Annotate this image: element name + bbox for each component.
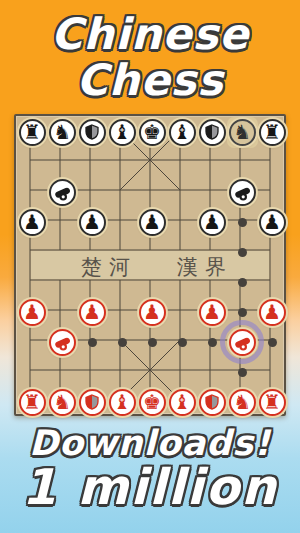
shield-icon [204,124,220,140]
move-dot-g8[interactable] [208,338,217,347]
piece-red-cannon-h8[interactable] [229,329,256,356]
piece-black-advisor-d1[interactable]: ♝ [109,119,136,146]
king-glyph: ♚ [143,122,161,142]
piece-red-pawn-a7[interactable]: ♟ [19,299,46,326]
xiangqi-board[interactable]: 楚河 漢界 ♜♞♝♚♝♞♜♟♟♟♟♟♟♟♟♟♟♜♞♝♚♝♞♜ [14,114,286,416]
pawn-glyph: ♟ [203,302,221,322]
move-dot-h5[interactable] [238,248,247,257]
shield-icon [84,394,100,410]
piece-black-rook-i1[interactable]: ♜ [259,119,286,146]
piece-black-rook-a1[interactable]: ♜ [19,119,46,146]
move-dot-h4[interactable] [238,218,247,227]
title-line-1: Chinese [0,12,300,57]
piece-red-advisor-d10[interactable]: ♝ [109,389,136,416]
downloads-count: 1 million [0,462,300,514]
piece-black-pawn-c4[interactable]: ♟ [79,209,106,236]
piece-black-advisor-f1[interactable]: ♝ [169,119,196,146]
move-dot-f8[interactable] [178,338,187,347]
piece-red-cannon-b8[interactable] [49,329,76,356]
piece-black-pawn-i4[interactable]: ♟ [259,209,286,236]
pawn-glyph: ♟ [143,302,161,322]
advisor-glyph: ♝ [173,392,191,412]
piece-red-elephant-c10[interactable] [79,389,106,416]
advisor-glyph: ♝ [113,392,131,412]
title-line-2: Chess [0,58,300,103]
piece-red-rook-a10[interactable]: ♜ [19,389,46,416]
pawn-glyph: ♟ [263,302,281,322]
piece-red-knight-b10[interactable]: ♞ [49,389,76,416]
piece-black-elephant-c1[interactable] [79,119,106,146]
piece-black-cannon-b3[interactable] [49,179,76,206]
shield-icon [84,124,100,140]
cannon-icon [233,333,252,352]
piece-red-advisor-f10[interactable]: ♝ [169,389,196,416]
piece-red-pawn-c7[interactable]: ♟ [79,299,106,326]
piece-red-pawn-g7[interactable]: ♟ [199,299,226,326]
move-dot-d8[interactable] [118,338,127,347]
piece-black-king-e1[interactable]: ♚ [139,119,166,146]
pawn-glyph: ♟ [83,212,101,232]
piece-black-cannon-h3[interactable] [229,179,256,206]
cannon-icon [53,183,72,202]
pawn-glyph: ♟ [23,212,41,232]
rook-glyph: ♜ [23,122,41,142]
piece-black-pawn-a4[interactable]: ♟ [19,209,46,236]
move-dot-c8[interactable] [88,338,97,347]
piece-red-king-e10[interactable]: ♚ [139,389,166,416]
cannon-icon [233,183,252,202]
piece-black-knight-h1[interactable]: ♞ [229,119,256,146]
piece-red-pawn-i7[interactable]: ♟ [259,299,286,326]
piece-red-rook-i10[interactable]: ♜ [259,389,286,416]
pawn-glyph: ♟ [143,212,161,232]
downloads-label: Downloads! [0,423,300,463]
piece-red-pawn-e7[interactable]: ♟ [139,299,166,326]
knight-glyph: ♞ [53,392,71,412]
rook-glyph: ♜ [263,122,281,142]
app-store-screenshot: Chinese Chess 楚河 漢界 ♜♞♝♚♝♞♜♟♟♟♟♟♟♟♟♟♟♜♞♝… [0,0,300,533]
rook-glyph: ♜ [23,392,41,412]
piece-black-knight-b1[interactable]: ♞ [49,119,76,146]
river-label-right: 漢界 [177,253,233,281]
knight-glyph: ♞ [53,122,71,142]
knight-glyph: ♞ [233,392,251,412]
advisor-glyph: ♝ [173,122,191,142]
rook-glyph: ♜ [263,392,281,412]
piece-red-elephant-g10[interactable] [199,389,226,416]
pawn-glyph: ♟ [23,302,41,322]
piece-red-knight-h10[interactable]: ♞ [229,389,256,416]
king-glyph: ♚ [143,392,161,412]
knight-glyph: ♞ [233,122,251,142]
pawn-glyph: ♟ [203,212,221,232]
move-dot-e8[interactable] [148,338,157,347]
pawn-glyph: ♟ [83,302,101,322]
move-dot-h6[interactable] [238,278,247,287]
move-dot-h7[interactable] [238,308,247,317]
piece-black-elephant-g1[interactable] [199,119,226,146]
pawn-glyph: ♟ [263,212,281,232]
cannon-icon [53,333,72,352]
river-label-left: 楚河 [81,253,137,281]
piece-black-pawn-g4[interactable]: ♟ [199,209,226,236]
move-dot-h9[interactable] [238,368,247,377]
piece-black-pawn-e4[interactable]: ♟ [139,209,166,236]
move-dot-i8[interactable] [268,338,277,347]
shield-icon [204,394,220,410]
advisor-glyph: ♝ [113,122,131,142]
